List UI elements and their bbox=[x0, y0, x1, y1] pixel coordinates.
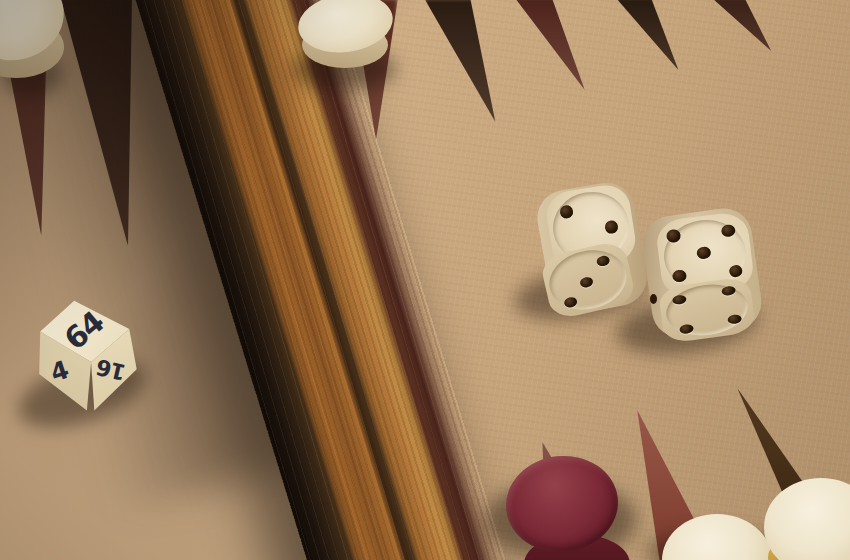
doubling-cube[interactable]: 64 4 16 bbox=[36, 296, 142, 414]
die-pip bbox=[679, 323, 694, 334]
die-pip bbox=[728, 264, 743, 278]
left-die[interactable] bbox=[541, 184, 647, 316]
die-pip bbox=[727, 314, 742, 325]
die-pip bbox=[720, 224, 735, 238]
die-pip bbox=[696, 246, 711, 260]
right-die-side-pip bbox=[650, 294, 657, 304]
point-top-3[interactable] bbox=[515, 0, 599, 90]
die-pip bbox=[596, 254, 611, 267]
die-pip bbox=[721, 286, 736, 297]
point-top-5[interactable] bbox=[712, 0, 786, 51]
die-pip bbox=[672, 294, 687, 305]
backgammon-board-photo: 64 4 16 bbox=[0, 0, 850, 560]
point-top-2[interactable] bbox=[424, 0, 508, 122]
die-pip bbox=[604, 220, 618, 234]
die-pip bbox=[559, 205, 573, 219]
right-die[interactable] bbox=[645, 210, 763, 340]
checker-cream-bottom-2[interactable] bbox=[764, 478, 850, 560]
die-pip bbox=[666, 229, 681, 243]
point-top-4[interactable] bbox=[616, 0, 694, 70]
die-pip bbox=[579, 276, 594, 289]
die-pip bbox=[563, 296, 578, 309]
die-pip bbox=[672, 269, 687, 283]
